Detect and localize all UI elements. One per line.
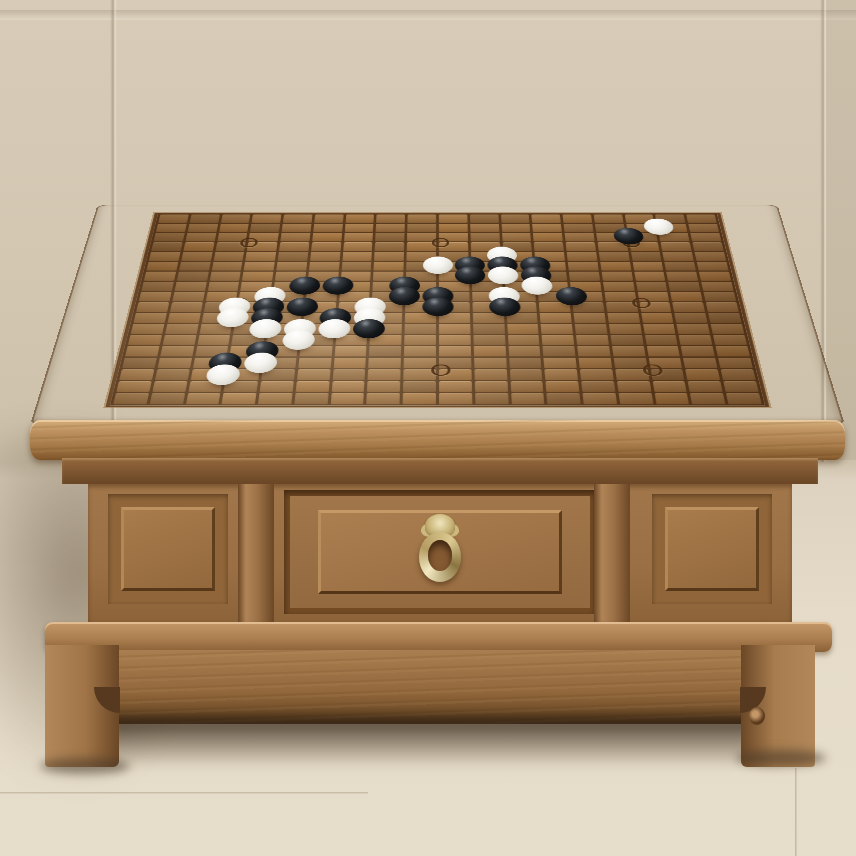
board-cell [575, 324, 608, 334]
board-cell [331, 381, 365, 392]
leg-scroll-cutout [749, 707, 765, 725]
board-cell [639, 303, 672, 313]
board-cell [542, 335, 575, 345]
leg-curve [94, 687, 120, 713]
right-side-panel [652, 494, 772, 604]
board-cell [307, 282, 338, 291]
wood-grain [96, 650, 784, 724]
board-cell [334, 346, 367, 356]
board-cell [219, 224, 249, 233]
wood-grain [30, 420, 845, 460]
board-cell [439, 303, 470, 313]
board-cell [226, 369, 260, 380]
photo-scene [0, 0, 856, 856]
board-cell [195, 346, 229, 356]
board-cell [564, 224, 594, 233]
board-cell [155, 369, 190, 380]
board-cell [294, 393, 328, 404]
base-apron [96, 650, 784, 724]
board-cell [631, 252, 662, 261]
board-cell [231, 335, 264, 345]
board-cell [370, 335, 402, 345]
board-cell [646, 346, 680, 356]
board-cell [128, 335, 162, 345]
board-cell [629, 242, 660, 251]
board-cell [154, 233, 185, 242]
board-cell [532, 215, 561, 223]
board-cell [215, 242, 246, 251]
board-cell [439, 358, 471, 369]
board-cell [439, 313, 470, 323]
board-cell [245, 252, 276, 261]
board-cell [439, 224, 468, 233]
board-cell [473, 346, 505, 356]
board-cell [149, 393, 184, 404]
board-cell [205, 292, 237, 302]
board-cell [704, 292, 737, 302]
board-cell [235, 313, 268, 323]
under-table-shadow [108, 716, 776, 768]
board-cell [249, 233, 279, 242]
board-cell [403, 381, 436, 392]
board-cell [671, 292, 704, 302]
board-cell [240, 282, 272, 291]
board-cell [228, 358, 262, 369]
right-foot-shadow [736, 750, 826, 766]
board-cell [563, 215, 593, 223]
cardboard-crease-top [0, 10, 856, 20]
board-cell [340, 282, 371, 291]
board-cell [332, 369, 365, 380]
board-cell [534, 242, 564, 251]
board-cell [278, 252, 309, 261]
board-cell [535, 252, 565, 261]
board-cell [375, 242, 405, 251]
board-cell [336, 324, 368, 334]
drawer-ring-handle[interactable] [418, 514, 462, 584]
board-cell [439, 335, 471, 345]
board-cell [335, 335, 367, 345]
board-cell [675, 313, 708, 323]
board-cell [546, 381, 580, 392]
board-cell [179, 262, 211, 271]
board-cell [473, 324, 505, 334]
board-cell [343, 242, 373, 251]
board-cell [543, 346, 576, 356]
board-cell [475, 393, 509, 404]
board-cell [405, 324, 436, 334]
board-cell [136, 303, 169, 313]
board-cell [536, 272, 567, 281]
board-cell [645, 335, 678, 345]
board-cell [271, 303, 303, 313]
board-cell [224, 381, 258, 392]
board-cell [340, 272, 371, 281]
board-cell [509, 369, 542, 380]
board-cell [634, 272, 666, 281]
board-cell [330, 393, 364, 404]
board-cell [261, 369, 295, 380]
board-cell [125, 346, 159, 356]
board-cell [579, 358, 613, 369]
left-leg [45, 645, 119, 767]
board-cell [144, 272, 176, 281]
board-cell [610, 335, 643, 345]
board-cell [540, 313, 572, 323]
board-cell [131, 324, 165, 334]
board-cell [139, 292, 172, 302]
board-cell [372, 292, 403, 302]
board-cell [146, 262, 178, 271]
drawer-front[interactable] [290, 496, 590, 608]
board-cell [167, 313, 200, 323]
board-cell [439, 346, 471, 356]
board-cell [439, 233, 468, 242]
board-cell [339, 292, 370, 302]
board-cell [506, 313, 538, 323]
board-cell [471, 272, 501, 281]
board-cell [250, 224, 280, 233]
board-cell [405, 313, 436, 323]
board-cell [189, 215, 219, 223]
board-cell [156, 224, 187, 233]
board-cell [544, 358, 577, 369]
board-cell [699, 272, 731, 281]
board-cell [239, 292, 271, 302]
board-cell [333, 358, 366, 369]
board-cell [632, 262, 663, 271]
board-cell [648, 358, 682, 369]
board-cell [501, 215, 530, 223]
board-cell [470, 233, 499, 242]
board-cell [624, 215, 654, 223]
board-cell [406, 262, 436, 271]
board-cell [613, 358, 647, 369]
left-panel-molding [121, 507, 215, 591]
board-cell [119, 369, 154, 380]
board-cell [247, 242, 278, 251]
board-cell [572, 303, 604, 313]
board-cell [570, 282, 601, 291]
board-cell [295, 381, 329, 392]
left-side-panel [108, 494, 228, 604]
board-cell [439, 381, 472, 392]
board-cell [652, 381, 687, 392]
board-cell [545, 369, 579, 380]
board-cell [369, 346, 401, 356]
board-cell [439, 292, 470, 302]
board-cell [439, 369, 472, 380]
board-cell [599, 252, 630, 261]
board-cell [637, 292, 669, 302]
board-cell [626, 224, 656, 233]
board-cell [133, 313, 166, 323]
floor-seam [0, 792, 368, 795]
drawer-opening [284, 490, 596, 614]
board-cell [439, 262, 469, 271]
board-cell [177, 272, 209, 281]
board-cell [650, 369, 684, 380]
board-cell [403, 393, 436, 404]
board-cell [407, 224, 436, 233]
board-cell [537, 282, 568, 291]
board-cell [470, 215, 499, 223]
ring-hole [428, 540, 452, 571]
left-pilaster [238, 484, 274, 624]
board-cell [407, 242, 436, 251]
board-cell [600, 262, 631, 271]
board-cell [439, 215, 468, 223]
board-cell [669, 282, 701, 291]
board-cell [686, 369, 721, 380]
board-cell [472, 282, 503, 291]
board-area [110, 214, 765, 406]
board-cell [541, 324, 573, 334]
board-cell [473, 335, 505, 345]
board-cell [708, 313, 741, 323]
board-cell [532, 224, 562, 233]
board-cell [628, 233, 659, 242]
cornice-molding [62, 458, 818, 484]
board-cell [716, 346, 750, 356]
board-cell [536, 262, 567, 271]
board-cell [345, 215, 374, 223]
board-cell [507, 324, 539, 334]
board-cell [230, 346, 264, 356]
board-cell [538, 292, 569, 302]
board-cell [341, 262, 371, 271]
board-cell [439, 272, 469, 281]
brass-ring-icon [419, 532, 461, 582]
board-cell [502, 242, 532, 251]
board-cell [657, 224, 688, 233]
board-cell [439, 282, 469, 291]
board-cell [547, 393, 581, 404]
left-foot-shadow [40, 758, 130, 774]
board-cell [158, 215, 188, 223]
right-pilaster [594, 484, 630, 624]
board-cell [344, 233, 374, 242]
base-molding [45, 622, 832, 652]
board-cell [439, 324, 470, 334]
board-cell [439, 393, 472, 404]
board-cell [338, 303, 369, 313]
board-cell [268, 324, 301, 334]
board-cell [533, 233, 563, 242]
board-cell [141, 282, 173, 291]
table-body [88, 484, 792, 624]
board-cell [304, 303, 336, 313]
board-cell [655, 215, 685, 223]
board-cell [233, 324, 266, 334]
board-cell [116, 381, 151, 392]
board-cell [439, 252, 469, 261]
board-cell [301, 335, 334, 345]
floor-seam-right [795, 768, 798, 856]
board-cell [569, 272, 600, 281]
board-cell [439, 242, 468, 251]
board-cell [375, 233, 404, 242]
board-cell [122, 358, 157, 369]
board-cell [606, 303, 638, 313]
right-panel-molding [665, 507, 759, 591]
board-cell [203, 303, 236, 313]
tabletop-front-edge [30, 420, 845, 460]
board-cell [509, 358, 542, 369]
board-cell [641, 313, 674, 323]
board-cell [252, 215, 282, 223]
board-cell [344, 224, 373, 233]
board-cell [693, 242, 724, 251]
board-cell [342, 252, 372, 261]
board-cell [151, 242, 182, 251]
board-cell [374, 262, 404, 271]
board-cell [654, 393, 689, 404]
right-leg [741, 645, 815, 767]
board-cell [636, 282, 668, 291]
board-cell [222, 393, 257, 404]
board-cell [237, 303, 269, 313]
board-cell [539, 303, 571, 313]
board-cell [337, 313, 369, 323]
board-cell [643, 324, 676, 334]
board-cell [581, 381, 615, 392]
board-cell [244, 262, 275, 271]
board-cell [242, 272, 273, 281]
board-cell [312, 233, 342, 242]
board-cell [190, 369, 224, 380]
board-cell [503, 262, 533, 271]
board-cell [183, 242, 214, 251]
board-cell [595, 224, 625, 233]
board-cell [503, 252, 533, 261]
go-board-tabletop [30, 205, 845, 425]
board-cell [406, 272, 436, 281]
board-cell [149, 252, 181, 261]
board-cell [113, 393, 149, 404]
board-cell [263, 358, 297, 369]
board-cell [665, 262, 697, 271]
